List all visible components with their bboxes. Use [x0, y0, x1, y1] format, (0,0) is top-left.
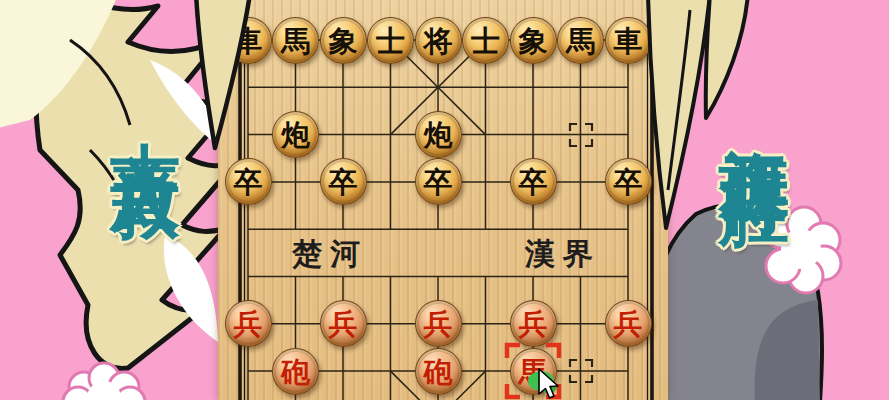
piece-black-車[interactable]: 車	[225, 17, 272, 64]
piece-red-兵[interactable]: 兵	[415, 300, 462, 347]
piece-red-兵[interactable]: 兵	[320, 300, 367, 347]
piece-red-砲[interactable]: 砲	[272, 348, 319, 395]
gray-body	[649, 205, 822, 400]
piece-black-車[interactable]: 車	[605, 17, 652, 64]
piece-black-象[interactable]: 象	[510, 17, 557, 64]
piece-black-炮[interactable]: 炮	[272, 111, 319, 158]
piece-red-砲[interactable]: 砲	[415, 348, 462, 395]
left-caption: 古普大叔	[99, 86, 193, 126]
screen: 楚河 漢界 車馬象士将士象馬車炮炮卒卒卒卒卒兵兵兵兵兵砲砲馬 古普大叔 旗开得胜	[0, 0, 889, 400]
flower-right	[764, 207, 841, 293]
piece-red-兵[interactable]: 兵	[225, 300, 272, 347]
piece-black-馬[interactable]: 馬	[557, 17, 604, 64]
piece-black-卒[interactable]: 卒	[320, 158, 367, 205]
river-label-left: 楚河	[291, 236, 368, 271]
piece-black-卒[interactable]: 卒	[510, 158, 557, 205]
river-label-right: 漢界	[524, 236, 601, 271]
hair-mass	[0, 0, 240, 368]
right-caption: 旗开得胜	[708, 92, 802, 132]
piece-black-象[interactable]: 象	[320, 17, 367, 64]
gray-body-shadow	[755, 300, 820, 400]
piece-black-士[interactable]: 士	[462, 17, 509, 64]
piece-black-炮[interactable]: 炮	[415, 111, 462, 158]
hair-strand-right-line	[668, 10, 690, 190]
flower-bottom-left	[63, 363, 145, 400]
piece-black-卒[interactable]: 卒	[415, 158, 462, 205]
hair-highlight-white-2	[164, 235, 218, 342]
piece-black-将[interactable]: 将	[415, 17, 462, 64]
piece-red-兵[interactable]: 兵	[510, 300, 557, 347]
piece-black-卒[interactable]: 卒	[605, 158, 652, 205]
piece-red-馬[interactable]: 馬	[510, 348, 557, 395]
hair-line-2	[90, 150, 133, 225]
piece-black-馬[interactable]: 馬	[272, 17, 319, 64]
piece-red-兵[interactable]: 兵	[605, 300, 652, 347]
piece-black-士[interactable]: 士	[367, 17, 414, 64]
xiangqi-board[interactable]: 楚河 漢界 車馬象士将士象馬車炮炮卒卒卒卒卒兵兵兵兵兵砲砲馬	[218, 0, 668, 400]
piece-black-卒[interactable]: 卒	[225, 158, 272, 205]
